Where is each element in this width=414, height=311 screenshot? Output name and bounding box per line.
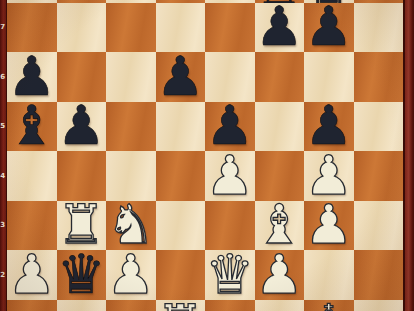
square-h4[interactable] <box>354 151 404 201</box>
chess-board: ♜♚♟♟♟♟♝♟♟♟♟♟♜♞♝♟♟♛♟♛♟♜♚ <box>7 0 403 311</box>
board-viewport: ♜♚♟♟♟♟♝♟♟♟♟♟♜♞♝♟♟♛♟♛♟♜♚ <box>7 0 403 311</box>
rank-label-7: 7 <box>0 24 5 31</box>
square-b1[interactable] <box>57 300 107 311</box>
chess-diagram: ♜♚♟♟♟♟♝♟♟♟♟♟♜♞♝♟♟♛♟♛♟♜♚ 765432 <box>0 0 414 311</box>
square-a6[interactable]: ♟ <box>7 52 57 102</box>
piece-white-pawn-e4[interactable]: ♟ <box>205 151 255 201</box>
square-e1[interactable] <box>205 300 255 311</box>
square-h3[interactable] <box>354 201 404 251</box>
piece-black-pawn-f7[interactable]: ♟ <box>255 3 305 53</box>
square-e6[interactable] <box>205 52 255 102</box>
piece-white-pawn-g4[interactable]: ♟ <box>304 151 354 201</box>
square-h1[interactable] <box>354 300 404 311</box>
square-h2[interactable] <box>354 250 404 300</box>
square-f7[interactable]: ♟ <box>255 3 305 53</box>
square-d4[interactable] <box>156 151 206 201</box>
piece-white-bishop-f3[interactable]: ♝ <box>255 201 305 251</box>
piece-white-rook-b3[interactable]: ♜ <box>57 201 107 251</box>
square-a3[interactable] <box>7 201 57 251</box>
piece-black-pawn-g5[interactable]: ♟ <box>304 102 354 152</box>
square-e2[interactable]: ♛ <box>205 250 255 300</box>
piece-black-pawn-b5[interactable]: ♟ <box>57 102 107 152</box>
square-b4[interactable] <box>57 151 107 201</box>
square-c3[interactable]: ♞ <box>106 201 156 251</box>
square-e5[interactable]: ♟ <box>205 102 255 152</box>
square-d3[interactable] <box>156 201 206 251</box>
square-h6[interactable] <box>354 52 404 102</box>
square-d2[interactable] <box>156 250 206 300</box>
square-d1[interactable]: ♜ <box>156 300 206 311</box>
piece-black-pawn-e5[interactable]: ♟ <box>205 102 255 152</box>
piece-black-queen-b2[interactable]: ♛ <box>57 250 107 300</box>
square-c5[interactable] <box>106 102 156 152</box>
square-b6[interactable] <box>57 52 107 102</box>
square-d6[interactable]: ♟ <box>156 52 206 102</box>
square-h5[interactable] <box>354 102 404 152</box>
square-e3[interactable] <box>205 201 255 251</box>
square-g3[interactable]: ♟ <box>304 201 354 251</box>
board-frame-left: 765432 <box>0 0 7 311</box>
rank-label-4: 4 <box>0 172 5 179</box>
square-d7[interactable] <box>156 3 206 53</box>
rank-label-3: 3 <box>0 222 5 229</box>
square-e4[interactable]: ♟ <box>205 151 255 201</box>
piece-white-king-g1[interactable]: ♚ <box>304 301 354 311</box>
piece-black-bishop-a5[interactable]: ♝ <box>7 102 57 152</box>
square-g5[interactable]: ♟ <box>304 102 354 152</box>
square-b2[interactable]: ♛ <box>57 250 107 300</box>
rank-label-2: 2 <box>0 271 5 278</box>
piece-black-pawn-d6[interactable]: ♟ <box>156 52 206 102</box>
square-g4[interactable]: ♟ <box>304 151 354 201</box>
square-g2[interactable] <box>304 250 354 300</box>
square-a5[interactable]: ♝ <box>7 102 57 152</box>
piece-white-knight-c3[interactable]: ♞ <box>106 201 156 251</box>
square-g7[interactable]: ♟ <box>304 3 354 53</box>
piece-white-rook-d1[interactable]: ♜ <box>156 301 206 311</box>
square-f5[interactable] <box>255 102 305 152</box>
board-frame-right <box>403 0 414 311</box>
square-e7[interactable] <box>205 3 255 53</box>
rank-label-5: 5 <box>0 123 5 130</box>
square-f2[interactable]: ♟ <box>255 250 305 300</box>
square-f3[interactable]: ♝ <box>255 201 305 251</box>
square-d5[interactable] <box>156 102 206 152</box>
square-b7[interactable] <box>57 3 107 53</box>
piece-black-pawn-g7[interactable]: ♟ <box>304 3 354 53</box>
piece-white-pawn-g3[interactable]: ♟ <box>304 201 354 251</box>
rank-label-6: 6 <box>0 73 5 80</box>
square-c4[interactable] <box>106 151 156 201</box>
square-f4[interactable] <box>255 151 305 201</box>
square-a7[interactable] <box>7 3 57 53</box>
piece-white-pawn-c2[interactable]: ♟ <box>106 250 156 300</box>
square-g6[interactable] <box>304 52 354 102</box>
square-a2[interactable]: ♟ <box>7 250 57 300</box>
piece-white-queen-e2[interactable]: ♛ <box>205 250 255 300</box>
square-f6[interactable] <box>255 52 305 102</box>
square-b5[interactable]: ♟ <box>57 102 107 152</box>
piece-white-pawn-a2[interactable]: ♟ <box>7 250 57 300</box>
square-f1[interactable] <box>255 300 305 311</box>
square-b3[interactable]: ♜ <box>57 201 107 251</box>
square-a4[interactable] <box>7 151 57 201</box>
square-c2[interactable]: ♟ <box>106 250 156 300</box>
square-c1[interactable] <box>106 300 156 311</box>
piece-black-pawn-a6[interactable]: ♟ <box>7 52 57 102</box>
square-g1[interactable]: ♚ <box>304 300 354 311</box>
square-a1[interactable] <box>7 300 57 311</box>
square-c6[interactable] <box>106 52 156 102</box>
piece-white-pawn-f2[interactable]: ♟ <box>255 250 305 300</box>
square-h7[interactable] <box>354 3 404 53</box>
square-c7[interactable] <box>106 3 156 53</box>
